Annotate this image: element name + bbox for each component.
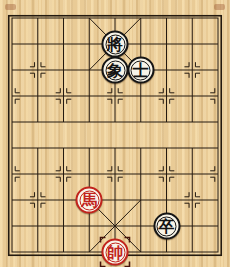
piece-character: 將 (107, 37, 123, 53)
piece-red-general[interactable]: 帥 (102, 239, 129, 266)
piece-black-general[interactable]: 將 (102, 31, 129, 58)
piece-black-soldier[interactable]: 卒 (153, 213, 180, 240)
xiangqi-board: 將象士馬卒帥 (0, 0, 230, 267)
frame-decoration-left (5, 4, 16, 10)
piece-character: 象 (107, 63, 123, 79)
piece-character: 馬 (81, 193, 97, 209)
piece-character: 卒 (159, 219, 175, 235)
piece-black-advisor[interactable]: 士 (127, 57, 154, 84)
piece-character: 士 (133, 63, 149, 79)
piece-character: 帥 (107, 245, 123, 261)
piece-red-horse[interactable]: 馬 (76, 187, 103, 214)
piece-black-elephant[interactable]: 象 (102, 57, 129, 84)
frame-decoration-right (214, 4, 225, 10)
